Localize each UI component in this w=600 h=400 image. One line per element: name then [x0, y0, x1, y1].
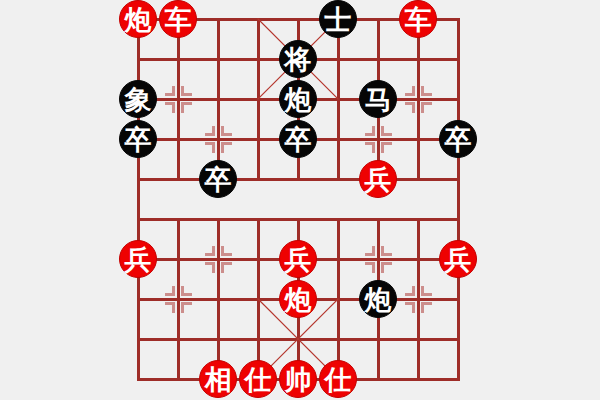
pieces-layer: 炮车士车将象炮马卒卒卒卒兵兵兵兵炮炮相仕帅仕 [118, 0, 478, 399]
piece-red-advisor-2[interactable]: 仕 [319, 360, 357, 398]
piece-red-chariot-1[interactable]: 车 [159, 0, 197, 38]
piece-red-pawn-4[interactable]: 兵 [439, 240, 477, 278]
piece-red-pawn-3[interactable]: 兵 [279, 240, 317, 278]
piece-black-advisor-1[interactable]: 士 [319, 0, 357, 38]
piece-black-cannon-2[interactable]: 炮 [359, 280, 397, 318]
piece-red-cannon-1[interactable]: 炮 [119, 0, 157, 38]
piece-black-elephant-1[interactable]: 象 [119, 80, 157, 118]
piece-black-general[interactable]: 将 [279, 40, 317, 78]
piece-black-pawn-3[interactable]: 卒 [439, 120, 477, 158]
xiangqi-board: 炮车士车将象炮马卒卒卒卒兵兵兵兵炮炮相仕帅仕 [0, 0, 600, 400]
piece-red-general[interactable]: 帅 [279, 360, 317, 398]
piece-black-horse-1[interactable]: 马 [359, 80, 397, 118]
piece-black-pawn-4[interactable]: 卒 [199, 160, 237, 198]
piece-black-cannon-1[interactable]: 炮 [279, 80, 317, 118]
piece-red-advisor-1[interactable]: 仕 [239, 360, 277, 398]
piece-red-cannon-2[interactable]: 炮 [279, 280, 317, 318]
piece-red-pawn-1[interactable]: 兵 [359, 160, 397, 198]
piece-red-elephant-1[interactable]: 相 [199, 360, 237, 398]
piece-black-pawn-1[interactable]: 卒 [119, 120, 157, 158]
piece-red-chariot-2[interactable]: 车 [399, 0, 437, 38]
piece-black-pawn-2[interactable]: 卒 [279, 120, 317, 158]
piece-red-pawn-2[interactable]: 兵 [119, 240, 157, 278]
